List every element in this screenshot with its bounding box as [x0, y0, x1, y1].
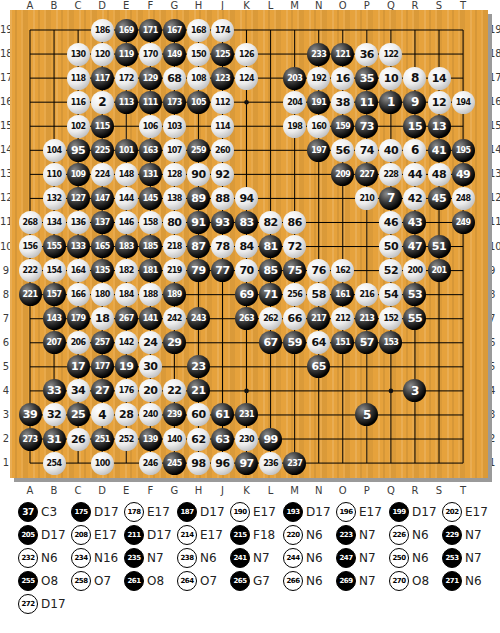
stone-G8-move-189: 189: [163, 283, 186, 306]
stone-S17-move-14: 14: [428, 67, 451, 90]
row-label-right-4: 4: [489, 385, 500, 396]
caption-coord-269: N7: [359, 574, 376, 588]
stone-H18-move-150: 150: [187, 43, 210, 66]
stone-A8-move-221: 221: [19, 283, 42, 306]
caption-move-220: 220N6: [283, 525, 336, 545]
stone-F15-move-106: 106: [139, 115, 162, 138]
stone-F16-move-111: 111: [139, 91, 162, 114]
stone-K11-move-83: 83: [235, 211, 258, 234]
stone-F7-move-141: 141: [139, 307, 162, 330]
row-label-left-2: 2: [0, 433, 9, 444]
stone-E19-move-169: 169: [115, 19, 138, 42]
stone-T14-move-195: 195: [452, 139, 475, 162]
stone-S12-move-45: 45: [428, 187, 451, 210]
col-label-bottom-C: C: [70, 485, 86, 496]
caption-move-229: 229N7: [442, 525, 495, 545]
move-caption-list: 37C3175D17178E17187D17190E17193D17196E17…: [0, 500, 500, 615]
stone-G9-move-219: 219: [163, 259, 186, 282]
caption-coord-241: N7: [253, 551, 270, 565]
stone-R16-move-9: 9: [403, 91, 426, 114]
stone-B11-move-134: 134: [43, 211, 66, 234]
stone-D8-move-180: 180: [91, 283, 114, 306]
stone-H1-move-98: 98: [187, 452, 210, 475]
col-label-bottom-F: F: [142, 485, 158, 496]
stone-E8-move-184: 184: [115, 283, 138, 306]
star-point-K16: [244, 100, 249, 105]
stone-E16-move-113: 113: [115, 91, 138, 114]
row-label-right-3: 3: [489, 409, 500, 420]
row-label-left-3: 3: [0, 409, 9, 420]
caption-coord-255: O8: [41, 574, 58, 588]
row-label-right-5: 5: [489, 361, 500, 372]
stone-H10-move-87: 87: [187, 235, 210, 258]
stone-P18-move-36: 36: [355, 43, 378, 66]
stone-C18-move-130: 130: [67, 43, 90, 66]
stone-E12-move-144: 144: [115, 187, 138, 210]
stone-E10-move-183: 183: [115, 235, 138, 258]
stone-H2-move-62: 62: [187, 428, 210, 451]
caption-move-258: 258O7: [71, 571, 124, 591]
caption-move-250: 250N6: [389, 548, 442, 568]
row-label-left-14: 14: [0, 144, 9, 155]
caption-coord-214: E17: [200, 528, 223, 542]
stone-C2-move-26: 26: [67, 428, 90, 451]
stone-J15-move-114: 114: [211, 115, 234, 138]
stone-B10-move-155: 155: [43, 235, 66, 258]
stone-T11-move-249: 249: [452, 211, 475, 234]
caption-stone-232: 232: [18, 548, 38, 568]
stone-O15-move-159: 159: [331, 115, 354, 138]
caption-coord-238: N6: [200, 551, 217, 565]
stone-J9-move-77: 77: [211, 259, 234, 282]
stone-F5-move-30: 30: [139, 355, 162, 378]
caption-move-234: 234N16: [71, 548, 124, 568]
caption-coord-271: N6: [465, 574, 482, 588]
caption-stone-229: 229: [442, 525, 462, 545]
row-label-right-13: 13: [489, 168, 500, 179]
stone-C5-move-17: 17: [67, 355, 90, 378]
row-label-right-11: 11: [489, 216, 500, 227]
stone-S15-move-13: 13: [428, 115, 451, 138]
stone-T13-move-49: 49: [452, 163, 475, 186]
caption-move-244: 244N6: [283, 548, 336, 568]
caption-move-190: 190E17: [230, 502, 283, 522]
stone-J10-move-78: 78: [211, 235, 234, 258]
stone-J14-move-260: 260: [211, 139, 234, 162]
stone-D2-move-251: 251: [91, 428, 114, 451]
stone-M16-move-204: 204: [283, 91, 306, 114]
col-label-bottom-T: T: [455, 485, 471, 496]
caption-coord-178: E17: [147, 505, 170, 519]
caption-row-2: 205D17208E17211D17214E17215F18220N6223N7…: [0, 523, 500, 546]
caption-coord-37: C3: [41, 505, 57, 519]
caption-coord-175: D17: [94, 505, 119, 519]
stone-G13-move-128: 128: [163, 163, 186, 186]
stone-Q18-move-122: 122: [379, 43, 402, 66]
stone-H9-move-79: 79: [187, 259, 210, 282]
stone-D7-move-18: 18: [91, 307, 114, 330]
stone-H12-move-89: 89: [187, 187, 210, 210]
caption-stone-270: 270: [389, 571, 409, 591]
stone-E2-move-252: 252: [115, 428, 138, 451]
stone-A3-move-39: 39: [19, 403, 42, 426]
stone-G10-move-218: 218: [163, 235, 186, 258]
stone-C12-move-127: 127: [67, 187, 90, 210]
caption-stone-187: 187: [177, 502, 197, 522]
col-label-bottom-R: R: [407, 485, 423, 496]
row-label-left-1: 1: [0, 457, 9, 468]
caption-stone-253: 253: [442, 548, 462, 568]
stone-E6-move-142: 142: [115, 331, 138, 354]
row-label-right-6: 6: [489, 337, 500, 348]
stone-T16-move-194: 194: [452, 91, 475, 114]
stone-E9-move-182: 182: [115, 259, 138, 282]
stone-A10-move-156: 156: [19, 235, 42, 258]
stone-R17-move-8: 8: [403, 67, 426, 90]
caption-coord-193: D17: [306, 505, 331, 519]
row-label-left-10: 10: [0, 241, 9, 252]
row-label-left-19: 19: [0, 24, 9, 35]
stone-C17-move-118: 118: [67, 67, 90, 90]
row-label-right-18: 18: [489, 48, 500, 59]
stone-M17-move-203: 203: [283, 67, 306, 90]
caption-move-211: 211D17: [124, 525, 177, 545]
stone-D19-move-186: 186: [91, 19, 114, 42]
stone-F1-move-246: 246: [139, 452, 162, 475]
stone-E14-move-101: 101: [115, 139, 138, 162]
caption-coord-272: D17: [41, 597, 66, 611]
stone-D3-move-4: 4: [91, 403, 114, 426]
caption-move-226: 226N6: [389, 525, 442, 545]
stone-K10-move-84: 84: [235, 235, 258, 258]
caption-move-270: 270O8: [389, 571, 442, 591]
stone-C7-move-179: 179: [67, 307, 90, 330]
stone-B4-move-33: 33: [43, 379, 66, 402]
stone-C14-move-95: 95: [67, 139, 90, 162]
stone-O17-move-16: 16: [331, 67, 354, 90]
row-label-left-15: 15: [0, 120, 9, 131]
stone-K12-move-94: 94: [235, 187, 258, 210]
caption-stone-223: 223: [336, 525, 356, 545]
stone-G12-move-138: 138: [163, 187, 186, 210]
stone-N18-move-233: 233: [307, 43, 330, 66]
stone-F6-move-24: 24: [139, 331, 162, 354]
caption-move-193: 193D17: [283, 502, 336, 522]
stone-G11-move-80: 80: [163, 211, 186, 234]
stone-S16-move-12: 12: [428, 91, 451, 114]
stone-F8-move-188: 188: [139, 283, 162, 306]
caption-move-247: 247N7: [336, 548, 389, 568]
caption-move-253: 253N7: [442, 548, 495, 568]
caption-move-241: 241N7: [230, 548, 283, 568]
stone-H17-move-108: 108: [187, 67, 210, 90]
stone-F11-move-158: 158: [139, 211, 162, 234]
stone-G15-move-103: 103: [163, 115, 186, 138]
stone-J19-move-174: 174: [211, 19, 234, 42]
stone-F14-move-163: 163: [139, 139, 162, 162]
row-label-left-8: 8: [0, 289, 9, 300]
caption-move-187: 187D17: [177, 502, 230, 522]
stone-C13-move-109: 109: [67, 163, 90, 186]
stone-D12-move-147: 147: [91, 187, 114, 210]
stone-N14-move-197: 197: [307, 139, 330, 162]
row-label-left-16: 16: [0, 96, 9, 107]
caption-stone-202: 202: [442, 502, 462, 522]
caption-stone-235: 235: [124, 548, 144, 568]
stone-C6-move-206: 206: [67, 331, 90, 354]
stone-P16-move-11: 11: [355, 91, 378, 114]
stone-F18-move-170: 170: [139, 43, 162, 66]
stone-G17-move-68: 68: [163, 67, 186, 90]
row-label-right-14: 14: [489, 144, 500, 155]
caption-coord-244: N6: [306, 551, 323, 565]
go-diagram: ABCDEFGHJKLMNOPQRST 19181716151413121110…: [0, 0, 500, 633]
stone-D4-move-27: 27: [91, 379, 114, 402]
stone-L10-move-81: 81: [259, 235, 282, 258]
caption-stone-196: 196: [336, 502, 356, 522]
caption-coord-265: G7: [253, 574, 270, 588]
stone-E11-move-146: 146: [115, 211, 138, 234]
stone-K17-move-124: 124: [235, 67, 258, 90]
stone-C3-move-25: 25: [67, 403, 90, 426]
caption-coord-234: N16: [94, 551, 118, 565]
stone-H7-move-243: 243: [187, 307, 210, 330]
stone-B13-move-110: 110: [43, 163, 66, 186]
stone-E7-move-267: 267: [115, 307, 138, 330]
caption-stone-266: 266: [283, 571, 303, 591]
stone-O16-move-38: 38: [331, 91, 354, 114]
caption-coord-190: E17: [253, 505, 276, 519]
stone-N16-move-191: 191: [307, 91, 330, 114]
caption-move-266: 266N6: [283, 571, 336, 591]
stone-O14-move-56: 56: [331, 139, 354, 162]
stone-M15-move-198: 198: [283, 115, 306, 138]
col-label-bottom-E: E: [118, 485, 134, 496]
stone-N17-move-192: 192: [307, 67, 330, 90]
caption-move-214: 214E17: [177, 525, 230, 545]
caption-coord-196: E17: [359, 505, 382, 519]
row-label-right-16: 16: [489, 96, 500, 107]
stone-E4-move-176: 176: [115, 379, 138, 402]
col-label-bottom-L: L: [263, 485, 279, 496]
stone-D18-move-120: 120: [91, 43, 114, 66]
caption-move-175: 175D17: [71, 502, 124, 522]
caption-coord-232: N6: [41, 551, 58, 565]
stone-F13-move-131: 131: [139, 163, 162, 186]
caption-stone-220: 220: [283, 525, 303, 545]
caption-coord-247: N7: [359, 551, 376, 565]
row-label-left-18: 18: [0, 48, 9, 59]
caption-coord-215: F18: [253, 528, 275, 542]
stone-O13-move-209: 209: [331, 163, 354, 186]
stone-J2-move-63: 63: [211, 428, 234, 451]
stone-H11-move-91: 91: [187, 211, 210, 234]
stone-F17-move-129: 129: [139, 67, 162, 90]
caption-coord-266: N6: [306, 574, 323, 588]
caption-coord-208: E17: [94, 528, 117, 542]
stone-A9-move-222: 222: [19, 259, 42, 282]
stone-D1-move-100: 100: [91, 452, 114, 475]
caption-coord-223: N7: [359, 528, 376, 542]
caption-coord-205: D17: [41, 528, 66, 542]
row-label-left-12: 12: [0, 192, 9, 203]
caption-stone-271: 271: [442, 571, 462, 591]
row-label-right-17: 17: [489, 72, 500, 83]
caption-stone-215: 215: [230, 525, 250, 545]
caption-stone-247: 247: [336, 548, 356, 568]
row-label-left-13: 13: [0, 168, 9, 179]
stone-N15-move-160: 160: [307, 115, 330, 138]
stone-D17-move-117: 117: [91, 67, 114, 90]
caption-move-238: 238N6: [177, 548, 230, 568]
caption-coord-253: N7: [465, 551, 482, 565]
stone-G1-move-245: 245: [163, 452, 186, 475]
stone-P14-move-74: 74: [355, 139, 378, 162]
caption-move-269: 269N7: [336, 571, 389, 591]
stone-H14-move-259: 259: [187, 139, 210, 162]
stone-D5-move-177: 177: [91, 355, 114, 378]
stone-A11-move-268: 268: [19, 211, 42, 234]
stone-K9-move-70: 70: [235, 259, 258, 282]
caption-coord-211: D17: [147, 528, 172, 542]
row-label-right-8: 8: [489, 289, 500, 300]
stone-D10-move-165: 165: [91, 235, 114, 258]
caption-coord-261: O8: [147, 574, 164, 588]
col-label-bottom-O: O: [335, 485, 351, 496]
stone-D13-move-224: 224: [91, 163, 114, 186]
stone-F10-move-185: 185: [139, 235, 162, 258]
caption-stone-178: 178: [124, 502, 144, 522]
stone-B6-move-207: 207: [43, 331, 66, 354]
caption-stone-250: 250: [389, 548, 409, 568]
caption-coord-187: D17: [200, 505, 225, 519]
stone-G16-move-173: 173: [163, 91, 186, 114]
caption-stone-238: 238: [177, 548, 197, 568]
star-point-K4: [244, 389, 249, 394]
col-label-bottom-D: D: [94, 485, 110, 496]
stone-G6-move-29: 29: [163, 331, 186, 354]
stone-F2-move-139: 139: [139, 428, 162, 451]
caption-stone-175: 175: [71, 502, 91, 522]
stone-D14-move-225: 225: [91, 139, 114, 162]
caption-row-1: 37C3175D17178E17187D17190E17193D17196E17…: [0, 500, 500, 523]
row-label-left-11: 11: [0, 216, 9, 227]
caption-move-178: 178E17: [124, 502, 177, 522]
caption-stone-241: 241: [230, 548, 250, 568]
row-label-left-5: 5: [0, 361, 9, 372]
col-label-bottom-K: K: [239, 485, 255, 496]
stone-E17-move-172: 172: [115, 67, 138, 90]
col-label-bottom-M: M: [287, 485, 303, 496]
stone-G7-move-242: 242: [163, 307, 186, 330]
stone-F19-move-171: 171: [139, 19, 162, 42]
caption-coord-258: O7: [94, 574, 111, 588]
stone-B8-move-157: 157: [43, 283, 66, 306]
caption-coord-264: O7: [200, 574, 217, 588]
stone-D9-move-135: 135: [91, 259, 114, 282]
caption-stone-265: 265: [230, 571, 250, 591]
row-label-right-19: 19: [489, 24, 500, 35]
stone-Q16-move-1: 1: [379, 91, 402, 114]
col-label-bottom-N: N: [311, 485, 327, 496]
stone-C8-move-166: 166: [67, 283, 90, 306]
caption-move-264: 264O7: [177, 571, 230, 591]
stone-C9-move-164: 164: [67, 259, 90, 282]
stone-B1-move-254: 254: [43, 452, 66, 475]
col-label-bottom-H: H: [190, 485, 206, 496]
row-label-left-17: 17: [0, 72, 9, 83]
col-label-bottom-S: S: [431, 485, 447, 496]
stone-O18-move-121: 121: [331, 43, 354, 66]
row-label-right-15: 15: [489, 120, 500, 131]
stone-J12-move-88: 88: [211, 187, 234, 210]
col-label-bottom-B: B: [46, 485, 62, 496]
row-label-left-6: 6: [0, 337, 9, 348]
stone-B3-move-32: 32: [43, 403, 66, 426]
caption-coord-202: E17: [465, 505, 488, 519]
stone-D16-move-2: 2: [91, 91, 114, 114]
stone-J1-move-96: 96: [211, 452, 234, 475]
row-label-right-2: 2: [489, 433, 500, 444]
caption-coord-250: N6: [412, 551, 429, 565]
stone-D11-move-137: 137: [91, 211, 114, 234]
caption-stone-272: 272: [18, 594, 38, 614]
col-label-bottom-Q: Q: [383, 485, 399, 496]
caption-stone-208: 208: [71, 525, 91, 545]
stone-K1-move-97: 97: [235, 452, 258, 475]
caption-stone-205: 205: [18, 525, 38, 545]
col-label-bottom-P: P: [359, 485, 375, 496]
stone-E18-move-119: 119: [115, 43, 138, 66]
stone-B12-move-132: 132: [43, 187, 66, 210]
caption-move-261: 261O8: [124, 571, 177, 591]
stone-J11-move-93: 93: [211, 211, 234, 234]
stone-C16-move-116: 116: [67, 91, 90, 114]
stone-D15-move-115: 115: [91, 115, 114, 138]
stone-T12-move-248: 248: [452, 187, 475, 210]
col-label-bottom-J: J: [214, 485, 230, 496]
stone-B9-move-154: 154: [43, 259, 66, 282]
caption-row-4: 255O8258O7261O8264O7265G7266N6269N7270O8…: [0, 569, 500, 592]
stone-S10-move-51: 51: [428, 235, 451, 258]
row-label-right-7: 7: [489, 313, 500, 324]
caption-stone-264: 264: [177, 571, 197, 591]
caption-coord-226: N6: [412, 528, 429, 542]
stone-L2-move-99: 99: [259, 428, 282, 451]
caption-stone-190: 190: [230, 502, 250, 522]
caption-row-3: 232N6234N16235N7238N6241N7244N6247N7250N…: [0, 546, 500, 569]
caption-coord-270: O8: [412, 574, 429, 588]
caption-coord-220: N6: [306, 528, 323, 542]
caption-stone-244: 244: [283, 548, 303, 568]
stone-F9-move-181: 181: [139, 259, 162, 282]
caption-move-202: 202E17: [442, 502, 495, 522]
stone-P15-move-73: 73: [355, 115, 378, 138]
stone-E13-move-148: 148: [115, 163, 138, 186]
stone-G19-move-167: 167: [163, 19, 186, 42]
stone-E5-move-19: 19: [115, 355, 138, 378]
caption-move-255: 255O8: [18, 571, 71, 591]
stone-J18-move-125: 125: [211, 43, 234, 66]
caption-move-265: 265G7: [230, 571, 283, 591]
caption-move-205: 205D17: [18, 525, 71, 545]
caption-stone-199: 199: [389, 502, 409, 522]
stone-C15-move-102: 102: [67, 115, 90, 138]
caption-stone-211: 211: [124, 525, 144, 545]
caption-move-271: 271N6: [442, 571, 495, 591]
stone-K18-move-126: 126: [235, 43, 258, 66]
stone-G14-move-107: 107: [163, 139, 186, 162]
